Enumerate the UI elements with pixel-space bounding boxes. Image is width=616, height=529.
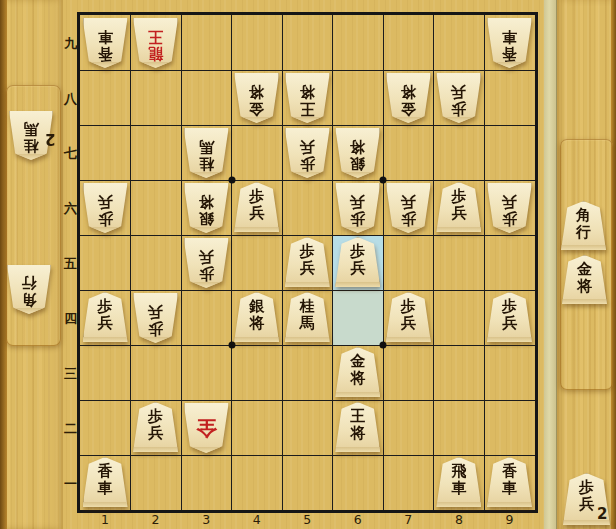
bishop-piece-sente[interactable]: 角行 bbox=[7, 264, 51, 314]
grid-line-horizontal bbox=[80, 70, 535, 71]
gold-piece-sente[interactable]: 金将 bbox=[386, 72, 431, 123]
rank-label-三: 三 bbox=[62, 365, 79, 383]
gold-piece-sente[interactable]: 金将 bbox=[234, 72, 279, 123]
rook-piece-gote[interactable]: 飛車 bbox=[436, 457, 481, 508]
rank-label-九: 九 bbox=[62, 35, 79, 53]
pawn-piece-sente[interactable]: 歩兵 bbox=[83, 182, 128, 233]
pawn-piece-gote[interactable]: 歩兵 bbox=[386, 292, 431, 343]
file-label-1: 1 bbox=[80, 512, 130, 527]
grid-line-horizontal bbox=[80, 400, 535, 401]
lance-piece-sente[interactable]: 香車 bbox=[83, 17, 128, 68]
lance-piece-gote[interactable]: 香車 bbox=[487, 457, 532, 508]
pawn-piece-gote[interactable]: 歩兵 bbox=[83, 292, 128, 343]
file-label-3: 3 bbox=[181, 512, 231, 527]
rank-label-二: 二 bbox=[62, 420, 79, 438]
file-label-6: 6 bbox=[333, 512, 383, 527]
grid-line-vertical bbox=[231, 15, 232, 510]
rank-label-五: 五 bbox=[62, 255, 79, 273]
grid-line-vertical bbox=[130, 15, 131, 510]
grid-line-vertical bbox=[181, 15, 182, 510]
grid-line-vertical bbox=[484, 15, 485, 510]
gold-piece-gote[interactable]: 金将 bbox=[562, 255, 607, 305]
grid-line-horizontal bbox=[80, 455, 535, 456]
grid-line-vertical bbox=[433, 15, 434, 510]
pawn-piece-gote[interactable]: 歩兵 bbox=[234, 182, 279, 233]
lance-piece-gote[interactable]: 香車 bbox=[83, 457, 128, 508]
pawn-piece-sente[interactable]: 歩兵 bbox=[285, 127, 330, 178]
pawn-piece-sente[interactable]: 歩兵 bbox=[487, 182, 532, 233]
last-move-highlight-6-4 bbox=[333, 290, 384, 345]
lance-piece-sente[interactable]: 香車 bbox=[487, 17, 532, 68]
bishop-piece-gote[interactable]: 角行 bbox=[561, 201, 606, 251]
knight-piece-sente[interactable]: 桂馬 bbox=[184, 127, 229, 178]
pawn-piece-gote[interactable]: 歩兵 bbox=[487, 292, 532, 343]
file-label-5: 5 bbox=[282, 512, 332, 527]
captured-count-pawn: 2 bbox=[597, 505, 607, 523]
gold-piece-gote[interactable]: 金将 bbox=[335, 347, 380, 398]
file-label-7: 7 bbox=[383, 512, 433, 527]
rank-label-六: 六 bbox=[62, 200, 79, 218]
promoted-promoted-silver-piece-sente[interactable]: 全 bbox=[184, 402, 229, 453]
pawn-piece-sente[interactable]: 歩兵 bbox=[436, 72, 481, 123]
grid-line-horizontal bbox=[80, 290, 535, 291]
grid-line-vertical bbox=[383, 15, 384, 510]
promoted-dragon-king-piece-sente[interactable]: 龍王 bbox=[133, 17, 178, 68]
rank-label-八: 八 bbox=[62, 90, 79, 108]
king-piece-gote[interactable]: 王将 bbox=[335, 402, 380, 453]
pawn-piece-gote[interactable]: 歩兵 bbox=[436, 182, 481, 233]
silver-piece-gote[interactable]: 銀将 bbox=[234, 292, 279, 343]
shogi-board[interactable]: 香車龍王香車金将王将金将歩兵桂馬歩兵銀将歩兵銀将歩兵歩兵歩兵歩兵歩兵歩兵歩兵歩兵… bbox=[80, 15, 535, 510]
pawn-piece-sente[interactable]: 歩兵 bbox=[133, 292, 178, 343]
pawn-piece-gote[interactable]: 歩兵 bbox=[133, 402, 178, 453]
rank-label-四: 四 bbox=[62, 310, 79, 328]
silver-piece-sente[interactable]: 銀将 bbox=[335, 127, 380, 178]
file-label-4: 4 bbox=[232, 512, 282, 527]
pawn-piece-gote[interactable]: 歩兵 bbox=[335, 237, 380, 288]
king-piece-sente[interactable]: 王将 bbox=[285, 72, 330, 123]
right-pale-strip bbox=[544, 0, 557, 529]
grid-line-horizontal bbox=[80, 235, 535, 236]
pawn-piece-sente[interactable]: 歩兵 bbox=[184, 237, 229, 288]
grid-line-horizontal bbox=[80, 345, 535, 346]
grid-line-horizontal bbox=[80, 125, 535, 126]
file-label-8: 8 bbox=[434, 512, 484, 527]
rank-label-一: 一 bbox=[62, 475, 79, 493]
rank-label-七: 七 bbox=[62, 145, 79, 163]
pawn-piece-gote[interactable]: 歩兵 bbox=[285, 237, 330, 288]
file-label-2: 2 bbox=[131, 512, 181, 527]
grid-line-vertical bbox=[332, 15, 333, 510]
grid-line-horizontal bbox=[80, 180, 535, 181]
shogi-app: 香車龍王香車金将王将金将歩兵桂馬歩兵銀将歩兵銀将歩兵歩兵歩兵歩兵歩兵歩兵歩兵歩兵… bbox=[0, 0, 616, 529]
knight-piece-gote[interactable]: 桂馬 bbox=[285, 292, 330, 343]
grid-line-vertical bbox=[282, 15, 283, 510]
pawn-piece-sente[interactable]: 歩兵 bbox=[335, 182, 380, 233]
captured-count-knight: 2 bbox=[45, 130, 55, 148]
file-label-9: 9 bbox=[484, 512, 534, 527]
pawn-piece-sente[interactable]: 歩兵 bbox=[386, 182, 431, 233]
silver-piece-sente[interactable]: 銀将 bbox=[184, 182, 229, 233]
